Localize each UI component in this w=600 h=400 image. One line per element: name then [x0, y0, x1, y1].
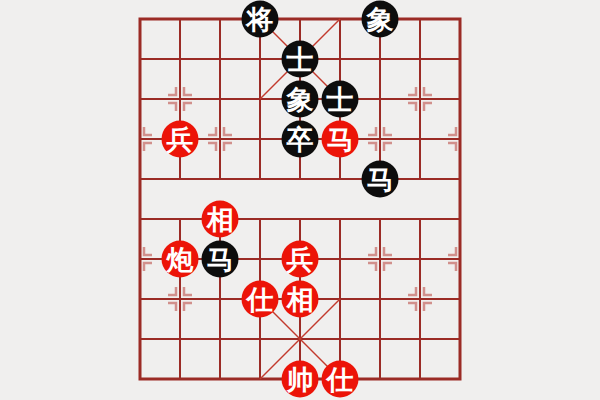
piece-red-advisor-2[interactable]: 仕 — [322, 361, 359, 398]
piece-black-horse-1[interactable]: 马 — [362, 161, 399, 198]
piece-red-general[interactable]: 帅 — [282, 361, 319, 398]
piece-red-elephant-1[interactable]: 相 — [202, 201, 239, 238]
piece-red-horse-1[interactable]: 马 — [322, 121, 359, 158]
piece-red-cannon-1[interactable]: 炮 — [162, 241, 199, 278]
piece-black-advisor-2[interactable]: 士 — [322, 81, 359, 118]
piece-black-general[interactable]: 将 — [242, 1, 279, 38]
piece-black-elephant-2[interactable]: 象 — [282, 81, 319, 118]
piece-black-pawn-1[interactable]: 卒 — [282, 121, 319, 158]
piece-black-horse-2[interactable]: 马 — [202, 241, 239, 278]
piece-red-pawn-2[interactable]: 兵 — [282, 241, 319, 278]
piece-black-elephant-1[interactable]: 象 — [362, 1, 399, 38]
piece-black-advisor-1[interactable]: 士 — [282, 41, 319, 78]
piece-red-elephant-2[interactable]: 相 — [282, 281, 319, 318]
piece-red-advisor-1[interactable]: 仕 — [242, 281, 279, 318]
pieces-layer: 将象士象士兵卒马马相炮马兵仕相帅仕 — [140, 19, 460, 379]
page-background: 将象士象士兵卒马马相炮马兵仕相帅仕 — [0, 0, 600, 400]
xiangqi-board: 将象士象士兵卒马马相炮马兵仕相帅仕 — [140, 19, 460, 379]
piece-red-pawn-1[interactable]: 兵 — [162, 121, 199, 158]
